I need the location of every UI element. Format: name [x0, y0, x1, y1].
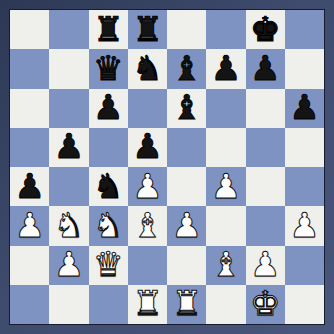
piece-white-rook-e1: ♜: [171, 286, 201, 320]
square-c4[interactable]: ♞: [89, 167, 128, 206]
square-b6[interactable]: [49, 89, 88, 128]
piece-white-knight-b3: ♞: [54, 208, 84, 242]
square-c8[interactable]: ♜: [89, 10, 128, 49]
square-a1[interactable]: [10, 285, 49, 324]
square-c6[interactable]: ♟: [89, 89, 128, 128]
square-d2[interactable]: [128, 246, 167, 285]
square-a7[interactable]: [10, 49, 49, 88]
piece-black-queen-c7: ♛: [93, 51, 123, 85]
square-b5[interactable]: ♟: [49, 128, 88, 167]
square-a8[interactable]: [10, 10, 49, 49]
piece-white-knight-c3: ♞: [93, 208, 123, 242]
square-b2[interactable]: ♟: [49, 246, 88, 285]
square-f5[interactable]: [206, 128, 245, 167]
chess-board: ♜♜♚♛♞♝♟♟♟♝♟♟♟♟♞♟♟♟♞♞♝♟♟♟♛♝♟♜♜♚: [10, 10, 324, 324]
square-f3[interactable]: [206, 206, 245, 245]
piece-black-pawn-f7: ♟: [211, 51, 241, 85]
square-d7[interactable]: ♞: [128, 49, 167, 88]
square-h2[interactable]: [285, 246, 324, 285]
square-d5[interactable]: ♟: [128, 128, 167, 167]
square-c7[interactable]: ♛: [89, 49, 128, 88]
square-e8[interactable]: [167, 10, 206, 49]
square-a4[interactable]: ♟: [10, 167, 49, 206]
square-g5[interactable]: [246, 128, 285, 167]
square-d8[interactable]: ♜: [128, 10, 167, 49]
square-d4[interactable]: ♟: [128, 167, 167, 206]
piece-white-pawn-e3: ♟: [171, 208, 201, 242]
piece-black-bishop-e6: ♝: [171, 90, 201, 124]
square-f2[interactable]: ♝: [206, 246, 245, 285]
piece-black-pawn-b5: ♟: [54, 129, 84, 163]
square-d3[interactable]: ♝: [128, 206, 167, 245]
piece-white-pawn-d4: ♟: [132, 169, 162, 203]
square-e4[interactable]: [167, 167, 206, 206]
piece-white-bishop-d3: ♝: [132, 208, 162, 242]
square-g6[interactable]: [246, 89, 285, 128]
square-e5[interactable]: [167, 128, 206, 167]
square-f8[interactable]: [206, 10, 245, 49]
piece-black-rook-c8: ♜: [93, 12, 123, 46]
square-f1[interactable]: [206, 285, 245, 324]
square-c5[interactable]: [89, 128, 128, 167]
square-e7[interactable]: ♝: [167, 49, 206, 88]
square-a5[interactable]: [10, 128, 49, 167]
piece-black-knight-d7: ♞: [132, 51, 162, 85]
piece-black-pawn-c6: ♟: [93, 90, 123, 124]
piece-white-queen-c2: ♛: [93, 247, 123, 281]
square-h7[interactable]: [285, 49, 324, 88]
square-a3[interactable]: ♟: [10, 206, 49, 245]
piece-black-pawn-d5: ♟: [132, 129, 162, 163]
board-frame: ♜♜♚♛♞♝♟♟♟♝♟♟♟♟♞♟♟♟♞♞♝♟♟♟♛♝♟♜♜♚: [0, 0, 334, 334]
square-g3[interactable]: [246, 206, 285, 245]
piece-black-pawn-h6: ♟: [289, 90, 319, 124]
square-e2[interactable]: [167, 246, 206, 285]
square-f7[interactable]: ♟: [206, 49, 245, 88]
square-e3[interactable]: ♟: [167, 206, 206, 245]
square-b3[interactable]: ♞: [49, 206, 88, 245]
piece-white-pawn-b2: ♟: [54, 247, 84, 281]
square-h6[interactable]: ♟: [285, 89, 324, 128]
square-h1[interactable]: [285, 285, 324, 324]
square-h5[interactable]: [285, 128, 324, 167]
piece-white-bishop-f2: ♝: [211, 247, 241, 281]
square-g1[interactable]: ♚: [246, 285, 285, 324]
square-d1[interactable]: ♜: [128, 285, 167, 324]
piece-black-bishop-e7: ♝: [171, 51, 201, 85]
piece-black-rook-d8: ♜: [132, 12, 162, 46]
square-e1[interactable]: ♜: [167, 285, 206, 324]
square-b8[interactable]: [49, 10, 88, 49]
square-d6[interactable]: [128, 89, 167, 128]
piece-white-pawn-g2: ♟: [250, 247, 280, 281]
square-c2[interactable]: ♛: [89, 246, 128, 285]
piece-white-rook-d1: ♜: [132, 286, 162, 320]
square-h3[interactable]: ♟: [285, 206, 324, 245]
piece-white-pawn-f4: ♟: [211, 169, 241, 203]
square-c3[interactable]: ♞: [89, 206, 128, 245]
piece-white-pawn-h3: ♟: [289, 208, 319, 242]
square-g4[interactable]: [246, 167, 285, 206]
square-a2[interactable]: [10, 246, 49, 285]
square-f6[interactable]: [206, 89, 245, 128]
square-e6[interactable]: ♝: [167, 89, 206, 128]
piece-black-knight-c4: ♞: [93, 169, 123, 203]
square-b7[interactable]: [49, 49, 88, 88]
square-a6[interactable]: [10, 89, 49, 128]
square-g8[interactable]: ♚: [246, 10, 285, 49]
piece-black-king-g8: ♚: [250, 12, 280, 46]
piece-white-pawn-a3: ♟: [14, 208, 44, 242]
square-h8[interactable]: [285, 10, 324, 49]
piece-white-king-g1: ♚: [250, 286, 280, 320]
piece-black-pawn-a4: ♟: [14, 169, 44, 203]
piece-black-pawn-g7: ♟: [250, 51, 280, 85]
square-b1[interactable]: [49, 285, 88, 324]
square-h4[interactable]: [285, 167, 324, 206]
square-g2[interactable]: ♟: [246, 246, 285, 285]
square-f4[interactable]: ♟: [206, 167, 245, 206]
square-g7[interactable]: ♟: [246, 49, 285, 88]
square-b4[interactable]: [49, 167, 88, 206]
square-c1[interactable]: [89, 285, 128, 324]
